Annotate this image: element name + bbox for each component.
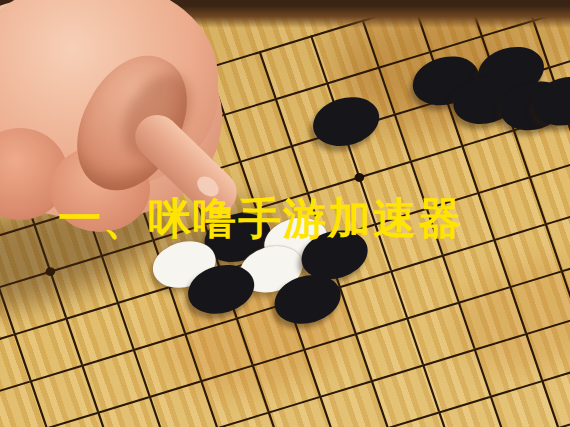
caption-text: 一、咪噜手游加速器	[58, 190, 463, 248]
photo-scene: ●●●●●●●●●●●●● 一、咪噜手游加速器	[0, 0, 570, 427]
background-table-edge	[0, 0, 570, 28]
